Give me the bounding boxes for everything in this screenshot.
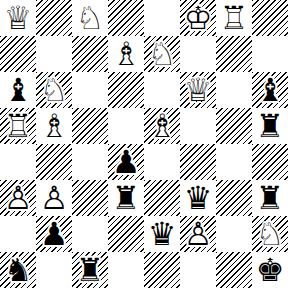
square-d7[interactable]: ♝♗ [108, 36, 144, 72]
square-c6[interactable] [72, 72, 108, 108]
square-e3[interactable] [144, 180, 180, 216]
square-b6[interactable]: ♞♘ [36, 72, 72, 108]
square-g8[interactable]: ♜♖ [216, 0, 252, 36]
square-g2[interactable] [216, 216, 252, 252]
square-h6[interactable]: ♝♝ [252, 72, 288, 108]
square-d4[interactable]: ♟♟ [108, 144, 144, 180]
square-c2[interactable] [72, 216, 108, 252]
piece-glyph: ♘ [144, 36, 180, 72]
piece-black-king: ♚♚ [252, 252, 288, 288]
piece-black-rook: ♜♜ [72, 252, 108, 288]
square-d5[interactable] [108, 108, 144, 144]
piece-black-bishop: ♝♝ [0, 72, 36, 108]
square-f4[interactable] [180, 144, 216, 180]
square-c5[interactable] [72, 108, 108, 144]
square-e4[interactable] [144, 144, 180, 180]
square-b4[interactable] [36, 144, 72, 180]
square-b7[interactable] [36, 36, 72, 72]
square-b3[interactable]: ♟♙ [36, 180, 72, 216]
square-c8[interactable]: ♞♘ [72, 0, 108, 36]
piece-glyph: ♘ [252, 216, 288, 252]
piece-glyph: ♖ [0, 108, 36, 144]
square-b5[interactable]: ♝♗ [36, 108, 72, 144]
square-g7[interactable] [216, 36, 252, 72]
square-g6[interactable] [216, 72, 252, 108]
piece-white-bishop: ♝♗ [108, 36, 144, 72]
piece-glyph: ♛ [144, 216, 180, 252]
square-e8[interactable] [144, 0, 180, 36]
piece-white-bishop: ♝♗ [144, 108, 180, 144]
square-a2[interactable] [0, 216, 36, 252]
piece-white-knight: ♞♘ [252, 216, 288, 252]
square-h1[interactable]: ♚♚ [252, 252, 288, 288]
square-d8[interactable] [108, 0, 144, 36]
piece-white-rook: ♜♖ [216, 0, 252, 36]
square-g1[interactable] [216, 252, 252, 288]
square-e1[interactable] [144, 252, 180, 288]
piece-glyph: ♝ [252, 72, 288, 108]
piece-glyph: ♕ [180, 72, 216, 108]
square-b2[interactable]: ♟♟ [36, 216, 72, 252]
piece-glyph: ♟ [36, 216, 72, 252]
piece-glyph: ♗ [108, 36, 144, 72]
piece-black-rook: ♜♜ [108, 180, 144, 216]
square-f6[interactable]: ♛♕ [180, 72, 216, 108]
piece-glyph: ♜ [252, 108, 288, 144]
square-f2[interactable]: ♟♙ [180, 216, 216, 252]
square-f3[interactable]: ♛♛ [180, 180, 216, 216]
square-d3[interactable]: ♜♜ [108, 180, 144, 216]
square-d1[interactable] [108, 252, 144, 288]
piece-white-pawn: ♟♙ [36, 180, 72, 216]
piece-white-king: ♚♔ [180, 0, 216, 36]
square-f1[interactable] [180, 252, 216, 288]
square-g3[interactable] [216, 180, 252, 216]
piece-glyph: ♛ [180, 180, 216, 216]
piece-glyph: ♜ [72, 252, 108, 288]
piece-glyph: ♕ [0, 0, 36, 36]
piece-glyph: ♘ [72, 0, 108, 36]
square-a3[interactable]: ♟♙ [0, 180, 36, 216]
square-c4[interactable] [72, 144, 108, 180]
piece-white-knight: ♞♘ [72, 0, 108, 36]
square-f7[interactable] [180, 36, 216, 72]
piece-black-queen: ♛♛ [144, 216, 180, 252]
piece-black-rook: ♜♜ [252, 108, 288, 144]
piece-white-pawn: ♟♙ [0, 180, 36, 216]
piece-glyph: ♙ [36, 180, 72, 216]
piece-glyph: ♘ [36, 72, 72, 108]
chess-board: ♛♕♞♘♚♔♜♖♝♗♞♘♝♝♞♘♛♕♝♝♜♖♝♗♝♗♜♜♟♟♟♙♟♙♜♜♛♛♜♜… [0, 0, 288, 288]
square-a8[interactable]: ♛♕ [0, 0, 36, 36]
piece-white-knight: ♞♘ [144, 36, 180, 72]
square-a6[interactable]: ♝♝ [0, 72, 36, 108]
square-e2[interactable]: ♛♛ [144, 216, 180, 252]
piece-glyph: ♜ [252, 180, 288, 216]
square-g4[interactable] [216, 144, 252, 180]
piece-white-pawn: ♟♙ [180, 216, 216, 252]
piece-white-queen: ♛♕ [180, 72, 216, 108]
square-h3[interactable]: ♜♜ [252, 180, 288, 216]
piece-glyph: ♖ [216, 0, 252, 36]
square-c1[interactable]: ♜♜ [72, 252, 108, 288]
square-a4[interactable] [0, 144, 36, 180]
piece-white-queen: ♛♕ [0, 0, 36, 36]
piece-glyph: ♙ [180, 216, 216, 252]
square-h4[interactable] [252, 144, 288, 180]
square-c7[interactable] [72, 36, 108, 72]
piece-white-knight: ♞♘ [36, 72, 72, 108]
piece-black-knight: ♞♞ [0, 252, 36, 288]
square-b8[interactable] [36, 0, 72, 36]
piece-glyph: ♔ [180, 0, 216, 36]
piece-glyph: ♞ [0, 252, 36, 288]
piece-glyph: ♟ [108, 144, 144, 180]
piece-black-bishop: ♝♝ [252, 72, 288, 108]
square-e7[interactable]: ♞♘ [144, 36, 180, 72]
square-a5[interactable]: ♜♖ [0, 108, 36, 144]
piece-black-pawn: ♟♟ [36, 216, 72, 252]
square-h7[interactable] [252, 36, 288, 72]
square-d2[interactable] [108, 216, 144, 252]
square-b1[interactable] [36, 252, 72, 288]
square-e6[interactable] [144, 72, 180, 108]
piece-black-rook: ♜♜ [252, 180, 288, 216]
square-h2[interactable]: ♞♘ [252, 216, 288, 252]
piece-black-queen: ♛♛ [180, 180, 216, 216]
piece-glyph: ♗ [144, 108, 180, 144]
piece-glyph: ♚ [252, 252, 288, 288]
square-a1[interactable]: ♞♞ [0, 252, 36, 288]
square-f5[interactable] [180, 108, 216, 144]
square-e5[interactable]: ♝♗ [144, 108, 180, 144]
piece-black-pawn: ♟♟ [108, 144, 144, 180]
square-f8[interactable]: ♚♔ [180, 0, 216, 36]
piece-glyph: ♝ [0, 72, 36, 108]
piece-glyph: ♜ [108, 180, 144, 216]
square-c3[interactable] [72, 180, 108, 216]
square-g5[interactable] [216, 108, 252, 144]
square-d6[interactable] [108, 72, 144, 108]
square-h5[interactable]: ♜♜ [252, 108, 288, 144]
piece-white-rook: ♜♖ [0, 108, 36, 144]
square-h8[interactable] [252, 0, 288, 36]
piece-white-bishop: ♝♗ [36, 108, 72, 144]
piece-glyph: ♗ [36, 108, 72, 144]
square-a7[interactable] [0, 36, 36, 72]
piece-glyph: ♙ [0, 180, 36, 216]
